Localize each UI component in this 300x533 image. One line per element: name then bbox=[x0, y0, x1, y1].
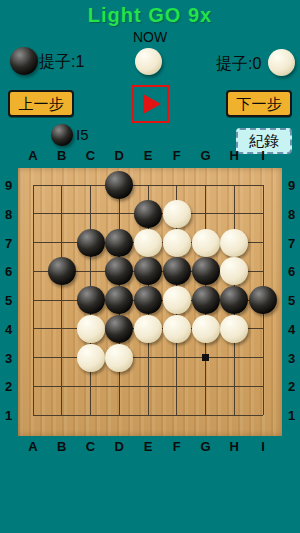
board-grid bbox=[19, 171, 278, 430]
intersection-H5[interactable] bbox=[220, 286, 249, 315]
intersection-E5[interactable] bbox=[134, 286, 163, 315]
intersection-D4[interactable] bbox=[105, 314, 134, 343]
intersection-H7[interactable] bbox=[220, 228, 249, 257]
black-stone-G6 bbox=[192, 257, 220, 285]
col-label-E: E bbox=[138, 148, 158, 163]
row-label-2: 2 bbox=[285, 379, 298, 394]
col-label-C: C bbox=[81, 148, 101, 163]
next-move-button[interactable]: 下一步 bbox=[226, 90, 292, 117]
row-label-3: 3 bbox=[285, 351, 298, 366]
row-label-8: 8 bbox=[2, 207, 15, 222]
col-label-D: D bbox=[109, 148, 129, 163]
black-stone-F6 bbox=[163, 257, 191, 285]
white-stone-H6 bbox=[220, 257, 248, 285]
row-label-7: 7 bbox=[2, 236, 15, 251]
intersection-B6[interactable] bbox=[47, 257, 76, 286]
play-triangle-icon bbox=[143, 94, 161, 114]
intersection-F7[interactable] bbox=[162, 228, 191, 257]
intersection-F4[interactable] bbox=[162, 314, 191, 343]
intersection-D5[interactable] bbox=[105, 286, 134, 315]
black-stone-D6 bbox=[105, 257, 133, 285]
black-captures-label: 提子:1 bbox=[39, 48, 84, 76]
col-label-B: B bbox=[52, 148, 72, 163]
intersection-E6[interactable] bbox=[134, 257, 163, 286]
black-stone-D7 bbox=[105, 229, 133, 257]
intersection-F5[interactable] bbox=[162, 286, 191, 315]
row-label-8: 8 bbox=[285, 207, 298, 222]
col-label-F: F bbox=[167, 439, 187, 454]
intersection-D7[interactable] bbox=[105, 228, 134, 257]
row-label-6: 6 bbox=[285, 264, 298, 279]
col-label-D: D bbox=[109, 439, 129, 454]
white-stone-F4 bbox=[163, 315, 191, 343]
go-board[interactable] bbox=[18, 168, 282, 436]
col-label-A: A bbox=[23, 148, 43, 163]
star-point-G3 bbox=[202, 354, 209, 361]
col-label-F: F bbox=[167, 148, 187, 163]
black-stone-C7 bbox=[77, 229, 105, 257]
intersection-G4[interactable] bbox=[191, 314, 220, 343]
black-stone-C5 bbox=[77, 286, 105, 314]
turn-now-label: NOW bbox=[0, 29, 300, 45]
white-stone-G4 bbox=[192, 315, 220, 343]
intersection-C7[interactable] bbox=[76, 228, 105, 257]
row-label-3: 3 bbox=[2, 351, 15, 366]
grid-line-horizontal bbox=[33, 415, 263, 416]
last-move-stone-icon bbox=[51, 124, 73, 146]
col-label-I: I bbox=[253, 439, 273, 454]
row-label-9: 9 bbox=[2, 178, 15, 193]
white-stone-G7 bbox=[192, 229, 220, 257]
row-label-4: 4 bbox=[285, 322, 298, 337]
col-label-C: C bbox=[81, 439, 101, 454]
col-label-G: G bbox=[196, 439, 216, 454]
intersection-E7[interactable] bbox=[134, 228, 163, 257]
intersection-E4[interactable] bbox=[134, 314, 163, 343]
black-stone-E6 bbox=[134, 257, 162, 285]
intersection-D6[interactable] bbox=[105, 257, 134, 286]
last-move-coord-label: I5 bbox=[76, 126, 89, 143]
row-label-7: 7 bbox=[285, 236, 298, 251]
col-label-A: A bbox=[23, 439, 43, 454]
white-captures-label: 提子:0 bbox=[216, 50, 261, 78]
turn-indicator-white-stone bbox=[135, 48, 162, 75]
row-label-4: 4 bbox=[2, 322, 15, 337]
white-stone-H4 bbox=[220, 315, 248, 343]
black-stone-I5 bbox=[249, 286, 277, 314]
intersection-F8[interactable] bbox=[162, 199, 191, 228]
white-stone-C3 bbox=[77, 344, 105, 372]
app-title: Light GO 9x bbox=[0, 4, 300, 27]
intersection-G7[interactable] bbox=[191, 228, 220, 257]
white-stone-C4 bbox=[77, 315, 105, 343]
col-label-H: H bbox=[224, 148, 244, 163]
white-stone-F5 bbox=[163, 286, 191, 314]
intersection-C4[interactable] bbox=[76, 314, 105, 343]
grid-line-horizontal bbox=[33, 386, 263, 387]
white-stone-D3 bbox=[105, 344, 133, 372]
row-label-1: 1 bbox=[2, 408, 15, 423]
white-stone-F8 bbox=[163, 200, 191, 228]
row-label-6: 6 bbox=[2, 264, 15, 279]
black-stone-E5 bbox=[134, 286, 162, 314]
intersection-I5[interactable] bbox=[249, 286, 278, 315]
white-stone-E7 bbox=[134, 229, 162, 257]
black-stone-D4 bbox=[105, 315, 133, 343]
play-button[interactable] bbox=[132, 85, 169, 123]
black-stone-D9 bbox=[105, 171, 133, 199]
black-stone-G5 bbox=[192, 286, 220, 314]
previous-move-button[interactable]: 上一步 bbox=[8, 90, 74, 117]
col-label-E: E bbox=[138, 439, 158, 454]
intersection-D9[interactable] bbox=[105, 171, 134, 200]
row-label-1: 1 bbox=[285, 408, 298, 423]
intersection-H4[interactable] bbox=[220, 314, 249, 343]
col-label-G: G bbox=[196, 148, 216, 163]
intersection-D3[interactable] bbox=[105, 343, 134, 372]
white-stone-H7 bbox=[220, 229, 248, 257]
grid-line-horizontal bbox=[33, 357, 263, 358]
row-label-5: 5 bbox=[285, 293, 298, 308]
intersection-C5[interactable] bbox=[76, 286, 105, 315]
white-stone-icon bbox=[268, 49, 295, 76]
black-stone-H5 bbox=[220, 286, 248, 314]
row-label-2: 2 bbox=[2, 379, 15, 394]
black-stone-E8 bbox=[134, 200, 162, 228]
row-label-9: 9 bbox=[285, 178, 298, 193]
col-label-I: I bbox=[253, 148, 273, 163]
intersection-G5[interactable] bbox=[191, 286, 220, 315]
col-label-H: H bbox=[224, 439, 244, 454]
intersection-F6[interactable] bbox=[162, 257, 191, 286]
white-stone-F7 bbox=[163, 229, 191, 257]
intersection-G6[interactable] bbox=[191, 257, 220, 286]
intersection-E8[interactable] bbox=[134, 199, 163, 228]
col-label-B: B bbox=[52, 439, 72, 454]
black-stone-icon bbox=[10, 47, 38, 75]
intersection-C3[interactable] bbox=[76, 343, 105, 372]
row-label-5: 5 bbox=[2, 293, 15, 308]
black-stone-D5 bbox=[105, 286, 133, 314]
white-stone-E4 bbox=[134, 315, 162, 343]
intersection-H6[interactable] bbox=[220, 257, 249, 286]
black-stone-B6 bbox=[48, 257, 76, 285]
